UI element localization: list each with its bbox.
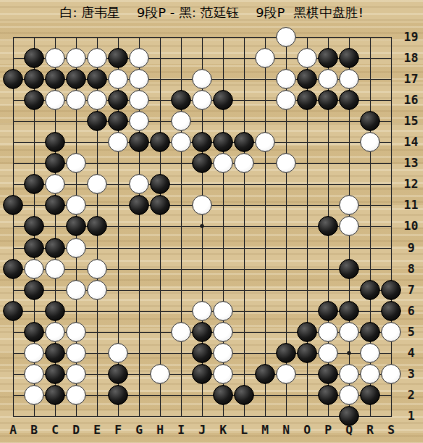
row-label-12: 12 <box>399 177 423 191</box>
black-stone[interactable] <box>213 90 233 110</box>
black-stone[interactable] <box>297 343 317 363</box>
black-stone[interactable] <box>381 301 401 321</box>
white-stone[interactable] <box>24 385 44 405</box>
star-point <box>347 351 351 355</box>
black-stone[interactable] <box>24 48 44 68</box>
white-stone[interactable] <box>339 69 359 89</box>
white-stone[interactable] <box>318 322 338 342</box>
white-stone[interactable] <box>66 280 86 300</box>
white-stone[interactable] <box>66 153 86 173</box>
white-stone[interactable] <box>66 385 86 405</box>
white-stone[interactable] <box>339 195 359 215</box>
column-label-S: S <box>387 423 394 437</box>
black-stone[interactable] <box>24 90 44 110</box>
black-stone[interactable] <box>339 301 359 321</box>
column-label-R: R <box>366 423 373 437</box>
row-label-7: 7 <box>399 283 423 297</box>
column-label-C: C <box>51 423 58 437</box>
black-stone[interactable] <box>192 364 212 384</box>
white-stone[interactable] <box>192 195 212 215</box>
white-stone[interactable] <box>108 132 128 152</box>
black-stone[interactable] <box>297 69 317 89</box>
white-stone[interactable] <box>66 48 86 68</box>
black-stone[interactable] <box>150 195 170 215</box>
black-stone[interactable] <box>129 132 149 152</box>
white-stone[interactable] <box>129 111 149 131</box>
black-stone[interactable] <box>45 132 65 152</box>
black-stone[interactable] <box>339 48 359 68</box>
black-stone[interactable] <box>3 69 23 89</box>
white-stone[interactable] <box>108 343 128 363</box>
white-stone[interactable] <box>339 216 359 236</box>
black-stone[interactable] <box>45 364 65 384</box>
white-stone[interactable] <box>213 301 233 321</box>
column-label-G: G <box>135 423 142 437</box>
white-stone[interactable] <box>66 364 86 384</box>
grid-vertical-line <box>244 37 245 418</box>
white-stone[interactable] <box>318 343 338 363</box>
white-stone[interactable] <box>24 364 44 384</box>
black-stone[interactable] <box>234 385 254 405</box>
white-stone[interactable] <box>213 364 233 384</box>
black-stone[interactable] <box>192 132 212 152</box>
white-stone[interactable] <box>171 132 191 152</box>
black-stone[interactable] <box>318 216 338 236</box>
black-stone[interactable] <box>108 111 128 131</box>
white-stone[interactable] <box>66 322 86 342</box>
black-stone[interactable] <box>318 90 338 110</box>
black-stone[interactable] <box>360 322 380 342</box>
white-stone[interactable] <box>213 322 233 342</box>
go-game-viewer: 白: 唐韦星 9段P - 黑: 范廷钰 9段P 黑棋中盘胜! ABCDEFGHI… <box>0 0 423 443</box>
white-stone[interactable] <box>87 90 107 110</box>
white-stone[interactable] <box>45 90 65 110</box>
black-stone[interactable] <box>24 322 44 342</box>
black-stone[interactable] <box>129 195 149 215</box>
black-stone[interactable] <box>24 69 44 89</box>
white-stone[interactable] <box>276 90 296 110</box>
white-stone[interactable] <box>129 48 149 68</box>
white-stone[interactable] <box>45 174 65 194</box>
column-label-P: P <box>324 423 331 437</box>
black-stone[interactable] <box>171 90 191 110</box>
white-stone[interactable] <box>87 280 107 300</box>
row-label-19: 19 <box>399 30 423 44</box>
white-stone[interactable] <box>360 343 380 363</box>
black-stone[interactable] <box>213 385 233 405</box>
black-stone[interactable] <box>318 385 338 405</box>
black-stone[interactable] <box>24 174 44 194</box>
white-stone[interactable] <box>129 90 149 110</box>
black-stone[interactable] <box>66 69 86 89</box>
black-stone[interactable] <box>24 238 44 258</box>
white-stone[interactable] <box>339 364 359 384</box>
row-label-14: 14 <box>399 135 423 149</box>
black-stone[interactable] <box>87 111 107 131</box>
white-stone[interactable] <box>171 111 191 131</box>
white-stone[interactable] <box>339 385 359 405</box>
black-stone[interactable] <box>234 132 254 152</box>
white-stone[interactable] <box>276 364 296 384</box>
row-label-13: 13 <box>399 156 423 170</box>
white-stone[interactable] <box>276 69 296 89</box>
white-stone[interactable] <box>192 301 212 321</box>
column-label-I: I <box>177 423 184 437</box>
row-label-8: 8 <box>399 262 423 276</box>
row-label-11: 11 <box>399 198 423 212</box>
black-stone[interactable] <box>255 364 275 384</box>
white-stone[interactable] <box>150 364 170 384</box>
black-stone[interactable] <box>108 364 128 384</box>
white-stone[interactable] <box>360 132 380 152</box>
column-label-K: K <box>219 423 226 437</box>
black-stone[interactable] <box>24 280 44 300</box>
black-stone[interactable] <box>24 216 44 236</box>
black-stone[interactable] <box>339 90 359 110</box>
black-stone[interactable] <box>192 322 212 342</box>
black-stone[interactable] <box>192 343 212 363</box>
column-label-N: N <box>282 423 289 437</box>
black-stone[interactable] <box>45 195 65 215</box>
black-stone[interactable] <box>108 90 128 110</box>
black-stone[interactable] <box>339 259 359 279</box>
black-stone[interactable] <box>108 48 128 68</box>
black-stone[interactable] <box>87 216 107 236</box>
column-label-J: J <box>198 423 205 437</box>
white-stone[interactable] <box>381 322 401 342</box>
black-stone[interactable] <box>45 343 65 363</box>
white-stone[interactable] <box>66 90 86 110</box>
white-stone[interactable] <box>171 322 191 342</box>
row-label-15: 15 <box>399 114 423 128</box>
row-label-4: 4 <box>399 346 423 360</box>
black-stone[interactable] <box>3 195 23 215</box>
white-stone[interactable] <box>129 174 149 194</box>
black-stone[interactable] <box>45 69 65 89</box>
black-stone[interactable] <box>45 301 65 321</box>
black-stone[interactable] <box>87 69 107 89</box>
white-stone[interactable] <box>108 69 128 89</box>
black-stone[interactable] <box>150 132 170 152</box>
column-label-O: O <box>303 423 310 437</box>
black-stone[interactable] <box>297 90 317 110</box>
black-stone[interactable] <box>45 238 65 258</box>
row-label-2: 2 <box>399 388 423 402</box>
star-point <box>200 224 204 228</box>
grid-vertical-line <box>391 37 392 418</box>
black-stone[interactable] <box>276 343 296 363</box>
black-stone[interactable] <box>45 153 65 173</box>
white-stone[interactable] <box>45 322 65 342</box>
white-stone[interactable] <box>360 364 380 384</box>
black-stone[interactable] <box>3 259 23 279</box>
row-label-1: 1 <box>399 409 423 423</box>
white-stone[interactable] <box>192 90 212 110</box>
row-label-6: 6 <box>399 304 423 318</box>
black-stone[interactable] <box>66 216 86 236</box>
row-label-10: 10 <box>399 219 423 233</box>
white-stone[interactable] <box>66 238 86 258</box>
black-stone[interactable] <box>108 385 128 405</box>
white-stone[interactable] <box>255 48 275 68</box>
white-stone[interactable] <box>276 153 296 173</box>
column-label-A: A <box>9 423 16 437</box>
grid-vertical-line <box>265 37 266 418</box>
game-info-header: 白: 唐韦星 9段P - 黑: 范廷钰 9段P 黑棋中盘胜! <box>0 4 423 21</box>
grid-horizontal-line <box>13 269 392 270</box>
white-stone[interactable] <box>87 48 107 68</box>
black-stone[interactable] <box>213 132 233 152</box>
column-label-Q: Q <box>345 423 352 437</box>
white-stone[interactable] <box>297 48 317 68</box>
black-stone[interactable] <box>318 301 338 321</box>
white-stone[interactable] <box>66 195 86 215</box>
column-label-F: F <box>114 423 121 437</box>
row-label-5: 5 <box>399 325 423 339</box>
black-stone[interactable] <box>381 280 401 300</box>
white-stone[interactable] <box>192 69 212 89</box>
white-stone[interactable] <box>24 259 44 279</box>
row-label-17: 17 <box>399 72 423 86</box>
black-stone[interactable] <box>360 385 380 405</box>
white-stone[interactable] <box>381 364 401 384</box>
black-stone[interactable] <box>360 111 380 131</box>
black-stone[interactable] <box>192 153 212 173</box>
white-stone[interactable] <box>45 48 65 68</box>
white-stone[interactable] <box>87 174 107 194</box>
column-label-H: H <box>156 423 163 437</box>
white-stone[interactable] <box>213 153 233 173</box>
row-label-9: 9 <box>399 241 423 255</box>
black-stone[interactable] <box>318 48 338 68</box>
white-stone[interactable] <box>66 343 86 363</box>
white-stone[interactable] <box>45 259 65 279</box>
white-stone[interactable] <box>213 343 233 363</box>
column-label-B: B <box>30 423 37 437</box>
white-stone[interactable] <box>24 343 44 363</box>
grid-horizontal-line <box>13 416 392 417</box>
black-stone[interactable] <box>45 385 65 405</box>
column-label-D: D <box>72 423 79 437</box>
black-stone[interactable] <box>150 174 170 194</box>
white-stone[interactable] <box>255 132 275 152</box>
white-stone[interactable] <box>87 259 107 279</box>
row-label-16: 16 <box>399 93 423 107</box>
row-label-3: 3 <box>399 367 423 381</box>
black-stone[interactable] <box>3 301 23 321</box>
white-stone[interactable] <box>276 27 296 47</box>
white-stone[interactable] <box>234 153 254 173</box>
white-stone[interactable] <box>129 69 149 89</box>
black-stone[interactable] <box>318 364 338 384</box>
white-stone[interactable] <box>339 322 359 342</box>
column-label-E: E <box>93 423 100 437</box>
black-stone[interactable] <box>360 280 380 300</box>
black-stone[interactable] <box>297 322 317 342</box>
column-label-M: M <box>261 423 268 437</box>
row-label-18: 18 <box>399 51 423 65</box>
white-stone[interactable] <box>318 69 338 89</box>
column-label-L: L <box>240 423 247 437</box>
